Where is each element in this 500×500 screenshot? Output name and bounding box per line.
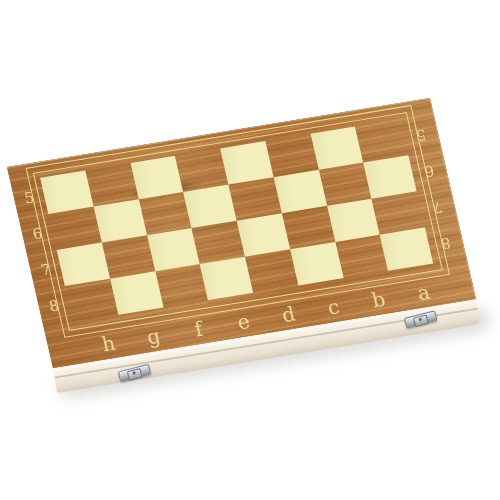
square-f8 [155, 264, 208, 307]
rank-label-7-right: 7 [417, 186, 459, 228]
rank-label-8-right: 8 [425, 222, 467, 264]
square-b8 [335, 235, 388, 278]
latch-hook [413, 314, 429, 327]
product-photo: 5678 5678 hgfedcba [0, 0, 500, 500]
square-c8 [290, 242, 343, 285]
square-g8 [110, 271, 163, 314]
right-latch-clasp-icon [404, 310, 436, 329]
rank-label-5-right: 5 [400, 114, 442, 156]
square-e8 [200, 257, 253, 300]
square-a8 [380, 227, 433, 270]
rank-label-6-right: 6 [408, 150, 450, 192]
square-h8 [65, 279, 118, 322]
square-d8 [245, 249, 298, 292]
latch-hook [127, 368, 143, 381]
